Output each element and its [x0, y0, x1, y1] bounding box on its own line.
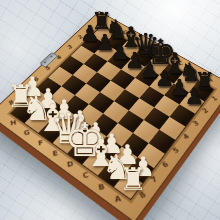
chess-board: HGFEDCBA HGFEDCBA 12345678 12345678	[0, 11, 220, 220]
board-grid	[11, 26, 213, 199]
file-label: B	[185, 66, 205, 77]
file-label: E	[143, 42, 162, 52]
file-label: D	[156, 50, 175, 61]
file-label: G	[17, 126, 37, 140]
rank-label: 7	[143, 169, 165, 191]
file-label: F	[31, 136, 52, 150]
rank-label: 5	[165, 140, 187, 161]
file-label: G	[116, 28, 134, 38]
rank-label: 3	[186, 114, 207, 133]
photo-scene: HGFEDCBA HGFEDCBA 12345678 12345678 ♜♞♝♛…	[0, 0, 220, 220]
file-label: A	[200, 74, 220, 86]
file-label: B	[90, 179, 113, 195]
file-label: E	[45, 146, 66, 161]
file-label: H	[3, 116, 23, 129]
rank-label: 4	[176, 127, 197, 147]
file-label: C	[171, 58, 190, 69]
file-label: F	[129, 35, 147, 45]
rank-label: 8	[131, 184, 154, 207]
rank-label: 6	[154, 154, 176, 175]
file-label: D	[59, 157, 81, 172]
file-label: A	[106, 190, 129, 206]
board-frame: HGFEDCBA HGFEDCBA 12345678 12345678	[0, 11, 220, 220]
file-label: C	[75, 168, 97, 183]
